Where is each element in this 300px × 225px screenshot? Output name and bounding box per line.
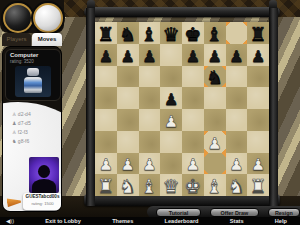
square-c2[interactable]: ♟	[139, 153, 161, 175]
black-knight-b8[interactable]: ♞	[117, 23, 139, 45]
white-rook-h1[interactable]: ♜	[247, 175, 269, 197]
square-h3[interactable]	[247, 131, 269, 153]
square-b6[interactable]	[117, 66, 139, 88]
robot-body	[24, 77, 42, 93]
menu-leaderboard[interactable]: Leaderboard	[165, 218, 199, 224]
square-c1[interactable]: ♝	[139, 174, 161, 196]
menu-stats[interactable]: Stats	[230, 218, 244, 224]
move-entry: ♙ f2-f3	[12, 128, 58, 137]
square-b5[interactable]	[117, 87, 139, 109]
white-pawn-h2[interactable]: ♟	[247, 154, 269, 175]
square-d1[interactable]: ♛	[160, 174, 182, 196]
sidebar-body: Computer rating: 3520 ♙ d2-d4♟ d7-d5♙ f2…	[2, 46, 62, 212]
black-pawn-f7[interactable]: ♟	[204, 46, 226, 67]
chess-app-window: ♜♞♝♛♚♝♜♟♟♟♟♟♟♟♞♟♟♟♟♟♟♟♟♟♜♞♝♛♚♝♞♜ Players…	[0, 0, 300, 225]
black-pawn-c7[interactable]: ♟	[139, 46, 161, 67]
white-pawn-f3[interactable]: ♟	[204, 133, 226, 154]
square-d4[interactable]: ♟	[160, 109, 182, 131]
square-c7[interactable]: ♟	[139, 44, 161, 66]
board-frame-right-pillar	[269, 8, 278, 206]
tutorial-button[interactable]: Tutorial	[156, 208, 201, 217]
player-name: GUESTabcd00s	[23, 193, 62, 201]
black-pawn-a7[interactable]: ♟	[95, 46, 117, 67]
square-a5[interactable]	[95, 87, 117, 109]
square-g2[interactable]: ♟	[226, 153, 248, 175]
move-entry: ♟ d7-d5	[12, 119, 58, 128]
board-frame-top-rail	[84, 7, 280, 17]
black-pawn-e7[interactable]: ♟	[182, 46, 204, 67]
opponent-name: Computer	[10, 52, 38, 58]
square-g4[interactable]	[226, 109, 248, 131]
square-h7[interactable]: ♟	[247, 44, 269, 66]
square-g3[interactable]	[226, 131, 248, 153]
moves-list: ♙ d2-d4♟ d7-d5♙ f2-f3♞ g8-f6	[12, 110, 58, 146]
square-e6[interactable]	[182, 66, 204, 88]
square-f8[interactable]: ♝	[204, 22, 226, 44]
square-e8[interactable]: ♚	[182, 22, 204, 44]
opponent-card[interactable]: Computer rating: 3520	[5, 49, 61, 101]
square-e1[interactable]: ♚	[182, 174, 204, 196]
offer-draw-button[interactable]: Offer Draw	[210, 208, 259, 217]
white-bishop-c1[interactable]: ♝	[139, 175, 161, 197]
square-c5[interactable]	[139, 87, 161, 109]
square-g6[interactable]	[226, 66, 248, 88]
player-card[interactable]: GUESTabcd00s rating: 1500	[23, 193, 62, 210]
black-queen-d8[interactable]: ♛	[160, 23, 182, 45]
square-e4[interactable]	[182, 109, 204, 131]
square-f5[interactable]	[204, 87, 226, 109]
square-f4[interactable]	[204, 109, 226, 131]
square-g1[interactable]: ♞	[226, 174, 248, 196]
avatar-head-silhouette	[38, 165, 50, 178]
move-entry: ♞ g8-f6	[12, 137, 58, 146]
square-b2[interactable]: ♟	[117, 153, 139, 175]
square-f3[interactable]: ♟	[204, 131, 226, 153]
square-f7[interactable]: ♟	[204, 44, 226, 66]
robot-head	[27, 68, 39, 76]
black-pawn-g7[interactable]: ♟	[226, 46, 248, 67]
resign-button[interactable]: Resign	[268, 208, 300, 217]
black-knight-f6[interactable]: ♞	[204, 66, 226, 88]
square-d2[interactable]	[160, 153, 182, 175]
player-avatar	[29, 157, 59, 193]
square-d8[interactable]: ♛	[160, 22, 182, 44]
square-e2[interactable]: ♟	[182, 153, 204, 175]
board-frame-left-pillar	[86, 8, 95, 206]
square-a4[interactable]	[95, 109, 117, 131]
square-g7[interactable]: ♟	[226, 44, 248, 66]
robot-avatar	[15, 66, 51, 97]
square-d7[interactable]	[160, 44, 182, 66]
white-pawn-e2[interactable]: ♟	[182, 154, 204, 175]
black-pawn-d5[interactable]: ♟	[160, 89, 182, 110]
square-a1[interactable]: ♜	[95, 174, 117, 196]
square-d5[interactable]: ♟	[160, 87, 182, 109]
square-b1[interactable]: ♞	[117, 174, 139, 196]
black-bishop-c8[interactable]: ♝	[139, 23, 161, 45]
square-e7[interactable]: ♟	[182, 44, 204, 66]
square-f1[interactable]: ♝	[204, 174, 226, 196]
square-h2[interactable]: ♟	[247, 153, 269, 175]
square-b7[interactable]: ♟	[117, 44, 139, 66]
white-pawn-b2[interactable]: ♟	[117, 154, 139, 175]
square-c6[interactable]	[139, 66, 161, 88]
white-pawn-a2[interactable]: ♟	[95, 154, 117, 175]
square-h4[interactable]	[247, 109, 269, 131]
black-bishop-f8[interactable]: ♝	[204, 23, 226, 45]
opponent-rating: rating: 3520	[10, 59, 34, 64]
speaker-icon[interactable]: ◀))	[6, 218, 14, 224]
square-f6[interactable]: ♞	[204, 66, 226, 88]
square-a7[interactable]: ♟	[95, 44, 117, 66]
square-c4[interactable]	[139, 109, 161, 131]
square-c8[interactable]: ♝	[139, 22, 161, 44]
menu-help[interactable]: Help	[275, 218, 287, 224]
bottom-menu-bar: ◀)) Exit to Lobby Themes Leaderboard Sta…	[0, 217, 300, 225]
white-rook-a1[interactable]: ♜	[95, 175, 117, 197]
square-c3[interactable]	[139, 131, 161, 153]
white-pawn-c2[interactable]: ♟	[139, 154, 161, 175]
white-bishop-f1[interactable]: ♝	[204, 175, 226, 197]
menu-exit-to-lobby[interactable]: Exit to Lobby	[45, 218, 80, 224]
black-side-token	[3, 3, 33, 33]
black-rook-a8[interactable]: ♜	[95, 23, 117, 45]
square-h1[interactable]: ♜	[247, 174, 269, 196]
black-rook-h8[interactable]: ♜	[247, 23, 269, 45]
tab-players[interactable]: Players	[2, 33, 31, 46]
black-king-e8[interactable]: ♚	[182, 23, 204, 45]
white-queen-d1[interactable]: ♛	[160, 175, 182, 197]
white-king-e1[interactable]: ♚	[182, 175, 204, 197]
square-e3[interactable]	[182, 131, 204, 153]
square-a8[interactable]: ♜	[95, 22, 117, 44]
square-g5[interactable]	[226, 87, 248, 109]
white-side-token	[33, 3, 63, 33]
square-e5[interactable]	[182, 87, 204, 109]
avatar-torso-silhouette	[32, 179, 56, 193]
square-b8[interactable]: ♞	[117, 22, 139, 44]
square-b3[interactable]	[117, 131, 139, 153]
square-d3[interactable]	[160, 131, 182, 153]
square-b4[interactable]	[117, 109, 139, 131]
square-g8[interactable]	[226, 22, 248, 44]
square-h8[interactable]: ♜	[247, 22, 269, 44]
menu-themes[interactable]: Themes	[112, 218, 133, 224]
black-pawn-b7[interactable]: ♟	[117, 46, 139, 67]
move-entry: ♙ d2-d4	[12, 110, 58, 119]
white-pawn-g2[interactable]: ♟	[226, 154, 248, 175]
chess-board[interactable]: ♜♞♝♛♚♝♜♟♟♟♟♟♟♟♞♟♟♟♟♟♟♟♟♟♜♞♝♛♚♝♞♜	[95, 22, 269, 196]
white-knight-b1[interactable]: ♞	[117, 175, 139, 197]
square-a2[interactable]: ♟	[95, 153, 117, 175]
square-d6[interactable]	[160, 66, 182, 88]
square-h6[interactable]	[247, 66, 269, 88]
tab-moves[interactable]: Moves	[32, 33, 62, 46]
player-rating: rating: 1500	[23, 201, 62, 206]
white-knight-g1[interactable]: ♞	[226, 175, 248, 197]
black-pawn-h7[interactable]: ♟	[247, 46, 269, 67]
white-pawn-d4[interactable]: ♟	[160, 111, 182, 132]
square-a6[interactable]	[95, 66, 117, 88]
square-a3[interactable]	[95, 131, 117, 153]
square-h5[interactable]	[247, 87, 269, 109]
square-f2[interactable]	[204, 153, 226, 175]
